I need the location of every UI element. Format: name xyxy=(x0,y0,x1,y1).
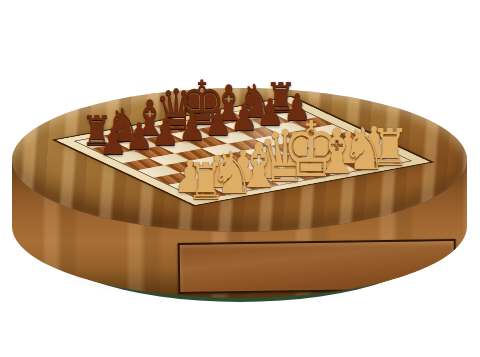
pieces-layer: ♜♞♝♛♚♝♞♜♟♟♟♟♟♟♟♟♟♟♟♟♟♟♟♟♜♞♝♛♚♝♞♜ xyxy=(0,0,480,357)
piece-white-rook[interactable]: ♜ xyxy=(371,122,410,173)
piece-black-pawn[interactable]: ♟ xyxy=(204,104,232,141)
piece-black-pawn[interactable]: ♟ xyxy=(177,109,205,146)
piece-black-pawn[interactable]: ♟ xyxy=(151,114,179,151)
chess-set-scene: ♜♞♝♛♚♝♞♜♟♟♟♟♟♟♟♟♟♟♟♟♟♟♟♟♜♞♝♛♚♝♞♜ xyxy=(0,0,480,357)
piece-black-pawn[interactable]: ♟ xyxy=(125,118,153,155)
piece-black-pawn[interactable]: ♟ xyxy=(98,123,126,160)
